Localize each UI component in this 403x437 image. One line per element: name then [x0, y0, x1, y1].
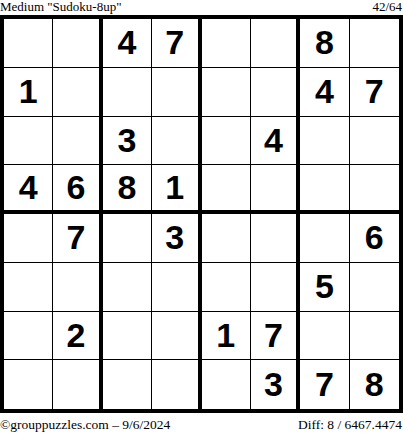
cell-r8c6-given: 3	[251, 360, 300, 409]
cell-r3c6-given: 4	[251, 117, 300, 166]
header-bar: Medium "Sudoku-8up" 42/64	[0, 0, 403, 15]
cell-r4c6-empty[interactable]	[251, 165, 300, 214]
cell-r5c1-empty[interactable]	[4, 214, 53, 263]
footer-bar: ©grouppuzzles.com – 9/6/2024 Diff: 8 / 6…	[0, 417, 403, 437]
cell-r7c2-given: 2	[53, 312, 102, 361]
cell-r8c8-given: 8	[350, 360, 399, 409]
cell-r1c3-given: 4	[103, 19, 152, 68]
cell-r2c7-given: 4	[300, 68, 349, 117]
cell-r2c1-given: 1	[4, 68, 53, 117]
cell-r8c3-empty[interactable]	[103, 360, 152, 409]
cell-r5c6-empty[interactable]	[251, 214, 300, 263]
cell-r4c5-empty[interactable]	[202, 165, 251, 214]
cell-r8c1-empty[interactable]	[4, 360, 53, 409]
cell-r3c5-empty[interactable]	[202, 117, 251, 166]
cell-r8c7-given: 7	[300, 360, 349, 409]
cell-r4c7-empty[interactable]	[300, 165, 349, 214]
cell-r7c1-empty[interactable]	[4, 312, 53, 361]
cell-r4c4-given: 1	[152, 165, 201, 214]
cell-r1c1-empty[interactable]	[4, 19, 53, 68]
cell-r3c7-empty[interactable]	[300, 117, 349, 166]
cell-r2c4-empty[interactable]	[152, 68, 201, 117]
cell-r2c2-empty[interactable]	[53, 68, 102, 117]
cell-r3c8-empty[interactable]	[350, 117, 399, 166]
cell-r5c7-empty[interactable]	[300, 214, 349, 263]
cell-r7c6-given: 7	[251, 312, 300, 361]
cell-r1c5-empty[interactable]	[202, 19, 251, 68]
sudoku-board: 4781473446817365217378	[0, 15, 403, 413]
cell-r5c4-given: 3	[152, 214, 201, 263]
cell-r2c5-empty[interactable]	[202, 68, 251, 117]
cells-remaining-counter: 42/64	[372, 0, 403, 14]
cell-r5c2-given: 7	[53, 214, 102, 263]
cell-r1c8-empty[interactable]	[350, 19, 399, 68]
puzzle-title: Medium "Sudoku-8up"	[0, 0, 121, 14]
cell-r7c8-empty[interactable]	[350, 312, 399, 361]
cell-r3c4-empty[interactable]	[152, 117, 201, 166]
cell-r1c6-empty[interactable]	[251, 19, 300, 68]
cell-r7c5-given: 1	[202, 312, 251, 361]
cell-r3c3-given: 3	[103, 117, 152, 166]
cell-r7c3-empty[interactable]	[103, 312, 152, 361]
cell-r6c4-empty[interactable]	[152, 263, 201, 312]
cell-r8c4-empty[interactable]	[152, 360, 201, 409]
cell-r6c1-empty[interactable]	[4, 263, 53, 312]
cell-r3c2-empty[interactable]	[53, 117, 102, 166]
cell-r4c3-given: 8	[103, 165, 152, 214]
cell-r8c2-empty[interactable]	[53, 360, 102, 409]
cell-r5c5-empty[interactable]	[202, 214, 251, 263]
cell-r2c3-empty[interactable]	[103, 68, 152, 117]
cell-r7c7-empty[interactable]	[300, 312, 349, 361]
cell-r1c2-empty[interactable]	[53, 19, 102, 68]
cell-r6c7-given: 5	[300, 263, 349, 312]
difficulty-rating: Diff: 8 / 6467.4474	[298, 417, 403, 433]
cell-r7c4-empty[interactable]	[152, 312, 201, 361]
cell-r3c1-empty[interactable]	[4, 117, 53, 166]
cell-r6c5-empty[interactable]	[202, 263, 251, 312]
cell-r1c7-given: 8	[300, 19, 349, 68]
cell-r5c3-empty[interactable]	[103, 214, 152, 263]
cell-r5c8-given: 6	[350, 214, 399, 263]
cell-r8c5-empty[interactable]	[202, 360, 251, 409]
cell-r2c8-given: 7	[350, 68, 399, 117]
cell-r4c2-given: 6	[53, 165, 102, 214]
cell-r6c2-empty[interactable]	[53, 263, 102, 312]
cell-r6c8-empty[interactable]	[350, 263, 399, 312]
cell-r6c6-empty[interactable]	[251, 263, 300, 312]
cell-r4c8-empty[interactable]	[350, 165, 399, 214]
cell-r4c1-given: 4	[4, 165, 53, 214]
cell-r1c4-given: 7	[152, 19, 201, 68]
page: Medium "Sudoku-8up" 42/64 47814734468173…	[0, 0, 403, 437]
cell-r2c6-empty[interactable]	[251, 68, 300, 117]
cell-r6c3-empty[interactable]	[103, 263, 152, 312]
copyright-credit: ©grouppuzzles.com – 9/6/2024	[0, 417, 170, 433]
